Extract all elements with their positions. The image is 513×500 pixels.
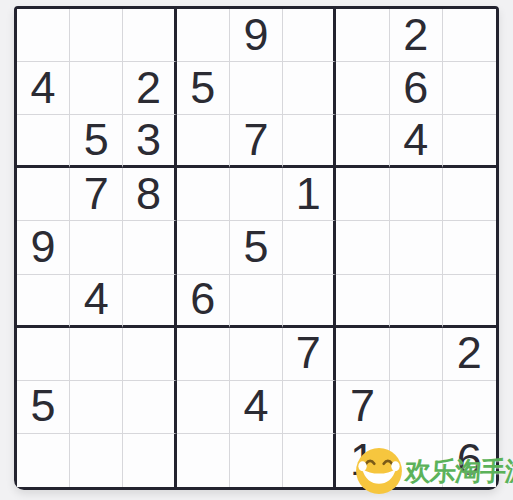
cell-r3c4[interactable] bbox=[177, 115, 230, 168]
cell-r9c8[interactable] bbox=[390, 434, 443, 487]
cell-r3c7[interactable] bbox=[336, 115, 389, 168]
cell-r5c8[interactable] bbox=[390, 221, 443, 274]
cell-r3c2[interactable]: 5 bbox=[70, 115, 123, 168]
cell-r6c3[interactable] bbox=[123, 275, 176, 328]
cell-r4c6[interactable]: 1 bbox=[283, 168, 336, 221]
cell-r1c7[interactable] bbox=[336, 9, 389, 62]
cell-r2c5[interactable] bbox=[230, 62, 283, 115]
cell-r2c7[interactable] bbox=[336, 62, 389, 115]
cell-r9c7[interactable]: 1 bbox=[336, 434, 389, 487]
cell-r4c4[interactable] bbox=[177, 168, 230, 221]
cell-r8c6[interactable] bbox=[283, 381, 336, 434]
cell-r7c3[interactable] bbox=[123, 328, 176, 381]
cell-r8c3[interactable] bbox=[123, 381, 176, 434]
cell-r4c3[interactable]: 8 bbox=[123, 168, 176, 221]
cell-r1c5[interactable]: 9 bbox=[230, 9, 283, 62]
given-digit: 4 bbox=[403, 117, 428, 162]
cell-r9c6[interactable] bbox=[283, 434, 336, 487]
cell-r8c2[interactable] bbox=[70, 381, 123, 434]
cell-r4c9[interactable] bbox=[443, 168, 496, 221]
given-digit: 6 bbox=[403, 65, 428, 110]
cell-r3c6[interactable] bbox=[283, 115, 336, 168]
given-digit: 4 bbox=[31, 65, 56, 110]
cell-r2c6[interactable] bbox=[283, 62, 336, 115]
page: 924256537478195467254716 欢乐淘手游 bbox=[0, 0, 513, 500]
cell-r4c1[interactable] bbox=[17, 168, 70, 221]
cell-r2c8[interactable]: 6 bbox=[390, 62, 443, 115]
given-digit: 9 bbox=[31, 224, 56, 269]
cell-r7c4[interactable] bbox=[177, 328, 230, 381]
cell-r4c2[interactable]: 7 bbox=[70, 168, 123, 221]
cell-r2c3[interactable]: 2 bbox=[123, 62, 176, 115]
given-digit: 5 bbox=[243, 224, 268, 269]
cell-r4c5[interactable] bbox=[230, 168, 283, 221]
given-digit: 1 bbox=[350, 437, 375, 482]
given-digit: 9 bbox=[243, 12, 268, 57]
cell-r5c9[interactable] bbox=[443, 221, 496, 274]
given-digit: 7 bbox=[296, 330, 321, 375]
given-digit: 5 bbox=[84, 117, 109, 162]
cell-r9c1[interactable] bbox=[17, 434, 70, 487]
cell-r1c3[interactable] bbox=[123, 9, 176, 62]
given-digit: 2 bbox=[136, 65, 161, 110]
cell-r8c8[interactable] bbox=[390, 381, 443, 434]
cell-r2c2[interactable] bbox=[70, 62, 123, 115]
cell-r7c7[interactable] bbox=[336, 328, 389, 381]
cell-r6c6[interactable] bbox=[283, 275, 336, 328]
cell-r4c7[interactable] bbox=[336, 168, 389, 221]
cell-r1c2[interactable] bbox=[70, 9, 123, 62]
cell-r7c2[interactable] bbox=[70, 328, 123, 381]
given-digit: 6 bbox=[190, 276, 215, 321]
cell-r2c4[interactable]: 5 bbox=[177, 62, 230, 115]
cell-r9c4[interactable] bbox=[177, 434, 230, 487]
cell-r6c7[interactable] bbox=[336, 275, 389, 328]
cell-r7c9[interactable]: 2 bbox=[443, 328, 496, 381]
cell-r5c4[interactable] bbox=[177, 221, 230, 274]
cell-r3c1[interactable] bbox=[17, 115, 70, 168]
cell-r3c9[interactable] bbox=[443, 115, 496, 168]
given-digit: 4 bbox=[84, 276, 109, 321]
given-digit: 2 bbox=[403, 12, 428, 57]
cell-r7c6[interactable]: 7 bbox=[283, 328, 336, 381]
cell-r9c9[interactable]: 6 bbox=[443, 434, 496, 487]
cell-r6c9[interactable] bbox=[443, 275, 496, 328]
given-digit: 4 bbox=[243, 383, 268, 428]
cell-r6c2[interactable]: 4 bbox=[70, 275, 123, 328]
cell-r1c4[interactable] bbox=[177, 9, 230, 62]
cell-r3c8[interactable]: 4 bbox=[390, 115, 443, 168]
cell-r1c1[interactable] bbox=[17, 9, 70, 62]
cell-r4c8[interactable] bbox=[390, 168, 443, 221]
given-digit: 7 bbox=[84, 171, 109, 216]
given-digit: 3 bbox=[136, 117, 161, 162]
cell-r9c3[interactable] bbox=[123, 434, 176, 487]
given-digit: 7 bbox=[350, 383, 375, 428]
cell-r9c5[interactable] bbox=[230, 434, 283, 487]
cell-r6c1[interactable] bbox=[17, 275, 70, 328]
cell-r8c1[interactable]: 5 bbox=[17, 381, 70, 434]
cell-r5c5[interactable]: 5 bbox=[230, 221, 283, 274]
cell-r5c6[interactable] bbox=[283, 221, 336, 274]
cell-r8c9[interactable] bbox=[443, 381, 496, 434]
given-digit: 8 bbox=[136, 171, 161, 216]
cell-r7c5[interactable] bbox=[230, 328, 283, 381]
cell-r5c3[interactable] bbox=[123, 221, 176, 274]
cell-r3c3[interactable]: 3 bbox=[123, 115, 176, 168]
cell-r1c6[interactable] bbox=[283, 9, 336, 62]
given-digit: 5 bbox=[31, 383, 56, 428]
cell-r5c2[interactable] bbox=[70, 221, 123, 274]
given-digit: 7 bbox=[243, 117, 268, 162]
cell-r7c1[interactable] bbox=[17, 328, 70, 381]
cell-r8c7[interactable]: 7 bbox=[336, 381, 389, 434]
cell-r7c8[interactable] bbox=[390, 328, 443, 381]
given-digit: 6 bbox=[457, 437, 482, 482]
cell-r8c5[interactable]: 4 bbox=[230, 381, 283, 434]
given-digit: 1 bbox=[296, 171, 321, 216]
cell-r2c1[interactable]: 4 bbox=[17, 62, 70, 115]
cell-r8c4[interactable] bbox=[177, 381, 230, 434]
given-digit: 2 bbox=[457, 330, 482, 375]
cell-r2c9[interactable] bbox=[443, 62, 496, 115]
given-digit: 5 bbox=[190, 65, 215, 110]
cell-r3c5[interactable]: 7 bbox=[230, 115, 283, 168]
cell-r1c9[interactable] bbox=[443, 9, 496, 62]
cell-r5c1[interactable]: 9 bbox=[17, 221, 70, 274]
cell-r9c2[interactable] bbox=[70, 434, 123, 487]
cell-r6c8[interactable] bbox=[390, 275, 443, 328]
cell-r6c5[interactable] bbox=[230, 275, 283, 328]
cell-r6c4[interactable]: 6 bbox=[177, 275, 230, 328]
sudoku-board: 924256537478195467254716 bbox=[14, 6, 499, 490]
cell-r1c8[interactable]: 2 bbox=[390, 9, 443, 62]
cell-r5c7[interactable] bbox=[336, 221, 389, 274]
